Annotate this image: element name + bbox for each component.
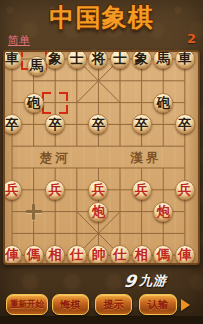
- xiangqi-app: 中国象棋 简单 2 楚河 漢界 車馬象士将士象馬車砲砲卒卒卒卒卒兵兵兵兵兵炮炮俥…: [0, 0, 203, 324]
- black-馬-piece[interactable]: 馬: [27, 56, 47, 76]
- red-仕-piece[interactable]: 仕: [67, 245, 87, 265]
- red-仕-piece[interactable]: 仕: [110, 245, 130, 265]
- game-board[interactable]: 楚河 漢界 車馬象士将士象馬車砲砲卒卒卒卒卒兵兵兵兵兵炮炮俥傌相仕帥仕相傌俥: [3, 50, 200, 265]
- more-arrow-icon[interactable]: [181, 299, 190, 311]
- red-傌-piece[interactable]: 傌: [24, 245, 44, 265]
- red-炮-piece[interactable]: 炮: [153, 202, 173, 222]
- red-炮-piece[interactable]: 炮: [88, 202, 108, 222]
- red-兵-piece[interactable]: 兵: [45, 180, 65, 200]
- game-title: 中国象棋: [0, 1, 203, 34]
- resign-button[interactable]: 认输: [139, 294, 177, 315]
- black-砲-piece[interactable]: 砲: [153, 93, 173, 113]
- move-from-cross-marker: [26, 204, 42, 220]
- black-士-piece[interactable]: 士: [67, 50, 87, 69]
- black-象-piece[interactable]: 象: [132, 50, 152, 69]
- restart-button[interactable]: 重新开始: [6, 294, 48, 315]
- red-兵-piece[interactable]: 兵: [3, 180, 22, 200]
- move-bracket-marker: [42, 92, 68, 114]
- black-卒-piece[interactable]: 卒: [175, 114, 195, 134]
- red-俥-piece[interactable]: 俥: [175, 245, 195, 265]
- undo-button[interactable]: 悔棋: [52, 294, 89, 315]
- river-label-right: 漢界: [124, 150, 168, 167]
- red-兵-piece[interactable]: 兵: [132, 180, 152, 200]
- difficulty-link[interactable]: 简单: [8, 33, 30, 48]
- black-士-piece[interactable]: 士: [110, 50, 130, 69]
- black-卒-piece[interactable]: 卒: [132, 114, 152, 134]
- red-相-piece[interactable]: 相: [132, 245, 152, 265]
- bottom-strip: [0, 316, 203, 324]
- move-counter: 2: [187, 31, 196, 46]
- black-砲-piece[interactable]: 砲: [24, 93, 44, 113]
- hint-button[interactable]: 提示: [95, 294, 132, 315]
- red-兵-piece[interactable]: 兵: [175, 180, 195, 200]
- black-車-piece[interactable]: 車: [175, 50, 195, 69]
- river-label-left: 楚河: [33, 150, 77, 167]
